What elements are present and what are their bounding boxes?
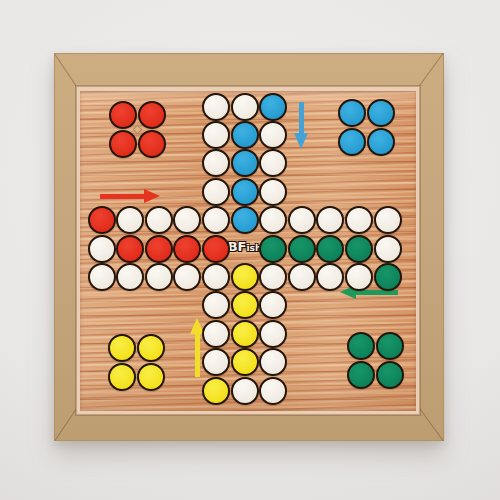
track-cell-r7c5[interactable]	[202, 263, 230, 291]
track-cell-r6c1[interactable]	[88, 235, 116, 263]
frame-inner-bevel: BFish	[76, 86, 420, 415]
home-circle-yellow-1[interactable]	[108, 334, 136, 362]
track-cell-r7c10[interactable]	[345, 263, 373, 291]
home-circle-red-4[interactable]	[138, 130, 166, 158]
track-cell-r10c7[interactable]	[259, 348, 287, 376]
track-cell-r6c5[interactable]	[202, 235, 230, 263]
track-cell-r4c5[interactable]	[202, 178, 230, 206]
track-cell-r5c1[interactable]	[88, 206, 116, 234]
track-cell-r2c7[interactable]	[259, 121, 287, 149]
track-cell-r6c11[interactable]	[374, 235, 402, 263]
track-cell-r2c5[interactable]	[202, 121, 230, 149]
track-cell-r4c6[interactable]	[231, 178, 259, 206]
track-cell-r5c8[interactable]	[288, 206, 316, 234]
track-cell-r10c6[interactable]	[231, 348, 259, 376]
track-cell-r2c6[interactable]	[231, 121, 259, 149]
track-cell-r11c5[interactable]	[202, 377, 230, 405]
track-cell-r6c7[interactable]	[259, 235, 287, 263]
track-cell-r6c9[interactable]	[316, 235, 344, 263]
track-cell-r1c6[interactable]	[231, 93, 259, 121]
ludo-board-surface: BFish	[80, 91, 416, 411]
track-cell-r5c6[interactable]	[231, 206, 259, 234]
track-cell-r5c11[interactable]	[374, 206, 402, 234]
track-cell-r1c7[interactable]	[259, 93, 287, 121]
track-cell-r4c7[interactable]	[259, 178, 287, 206]
frame-miter-top-left	[55, 54, 78, 88]
home-circle-green-3[interactable]	[347, 361, 375, 389]
track-cell-r9c5[interactable]	[202, 320, 230, 348]
track-cell-r6c2[interactable]	[116, 235, 144, 263]
track-cell-r7c7[interactable]	[259, 263, 287, 291]
home-circle-green-4[interactable]	[376, 361, 404, 389]
green-start-arrow-icon	[356, 290, 398, 295]
track-cell-r10c5[interactable]	[202, 348, 230, 376]
track-cell-r7c9[interactable]	[316, 263, 344, 291]
track-cell-r3c5[interactable]	[202, 149, 230, 177]
red-start-arrow-icon	[100, 194, 144, 199]
track-cell-r5c10[interactable]	[345, 206, 373, 234]
home-circle-yellow-3[interactable]	[108, 363, 136, 391]
track-cell-r3c6[interactable]	[231, 149, 259, 177]
blue-start-arrow-icon	[299, 102, 304, 133]
track-cell-r7c2[interactable]	[116, 263, 144, 291]
track-cell-r7c8[interactable]	[288, 263, 316, 291]
home-circle-yellow-4[interactable]	[137, 363, 165, 391]
home-circle-blue-1[interactable]	[338, 99, 366, 127]
frame-miter-bottom-right	[419, 407, 444, 441]
home-circle-green-2[interactable]	[376, 332, 404, 360]
track-cell-r6c8[interactable]	[288, 235, 316, 263]
home-circle-blue-3[interactable]	[338, 128, 366, 156]
frame-miter-top-right	[419, 53, 444, 87]
track-cell-r5c9[interactable]	[316, 206, 344, 234]
home-circle-blue-2[interactable]	[367, 99, 395, 127]
track-cell-r5c5[interactable]	[202, 206, 230, 234]
track-cell-r9c6[interactable]	[231, 320, 259, 348]
track-cell-r7c1[interactable]	[88, 263, 116, 291]
track-cell-r5c4[interactable]	[173, 206, 201, 234]
corner-ornament-diamond	[132, 124, 142, 134]
track-cell-r6c4[interactable]	[173, 235, 201, 263]
frame-miter-bottom-left	[55, 407, 78, 441]
home-circle-red-1[interactable]	[109, 101, 137, 129]
track-cell-r5c3[interactable]	[145, 206, 173, 234]
track-cell-r5c2[interactable]	[116, 206, 144, 234]
track-cell-r5c7[interactable]	[259, 206, 287, 234]
track-cell-r6c10[interactable]	[345, 235, 373, 263]
track-cell-r7c11[interactable]	[374, 263, 402, 291]
track-cell-r7c3[interactable]	[145, 263, 173, 291]
track-cell-r11c7[interactable]	[259, 377, 287, 405]
track-cell-r8c5[interactable]	[202, 291, 230, 319]
track-cell-r9c7[interactable]	[259, 320, 287, 348]
home-circle-yellow-2[interactable]	[137, 334, 165, 362]
home-circle-green-1[interactable]	[347, 332, 375, 360]
track-cell-r7c4[interactable]	[173, 263, 201, 291]
brand-logo-bf: BF	[228, 239, 247, 254]
product-photo: BFish	[0, 0, 500, 500]
home-circle-blue-4[interactable]	[367, 128, 395, 156]
track-cell-r11c6[interactable]	[231, 377, 259, 405]
track-cell-r6c3[interactable]	[145, 235, 173, 263]
ludo-board-tray: BFish	[54, 53, 444, 441]
track-cell-r3c7[interactable]	[259, 149, 287, 177]
track-cell-r8c7[interactable]	[259, 291, 287, 319]
home-circle-red-2[interactable]	[138, 101, 166, 129]
yellow-start-arrow-icon	[195, 334, 200, 377]
track-cell-r8c6[interactable]	[231, 291, 259, 319]
track-cell-r7c6[interactable]	[231, 263, 259, 291]
track-cell-r1c5[interactable]	[202, 93, 230, 121]
home-circle-red-3[interactable]	[109, 130, 137, 158]
